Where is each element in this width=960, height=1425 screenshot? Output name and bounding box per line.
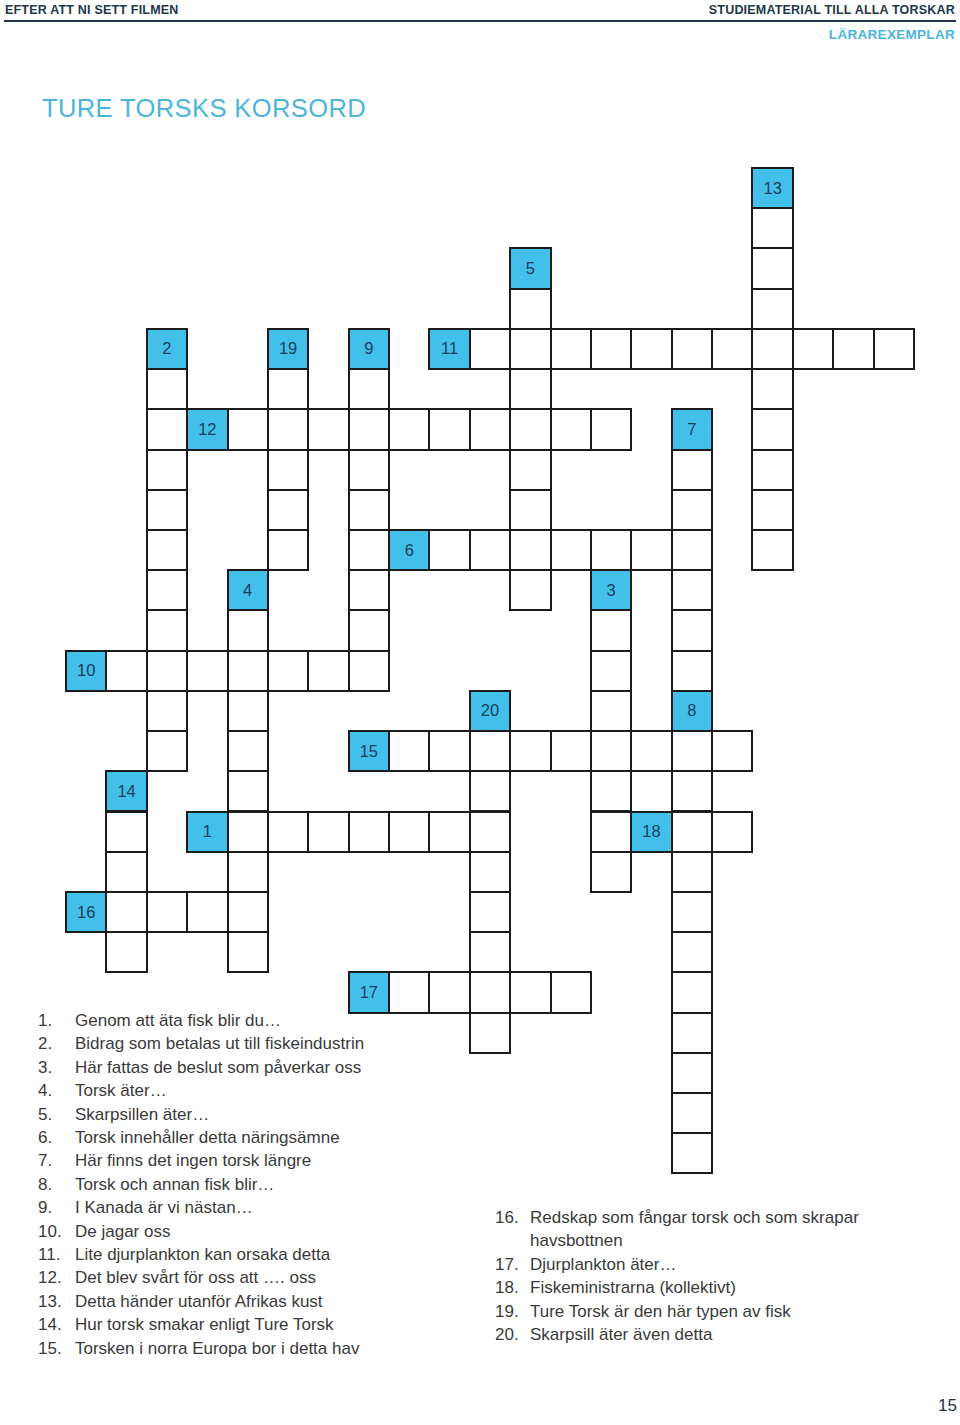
cell[interactable]	[671, 609, 713, 651]
cell[interactable]	[428, 730, 470, 772]
clue-number: 18.	[495, 1276, 530, 1299]
cell-7[interactable]: 7	[671, 408, 713, 450]
clue-number: 16.	[495, 1206, 530, 1253]
cell-12[interactable]: 12	[186, 408, 228, 450]
cell[interactable]	[671, 1132, 713, 1174]
clue-20: 20.Skarpsill äter även detta	[495, 1323, 895, 1346]
cell-number: 15	[360, 742, 378, 761]
clue-10: 10.De jagar oss	[38, 1220, 458, 1243]
clue-number: 17.	[495, 1253, 530, 1276]
clue-number: 5.	[38, 1103, 75, 1126]
cell[interactable]	[146, 408, 188, 450]
cell[interactable]	[227, 891, 269, 933]
cell[interactable]	[186, 650, 228, 692]
cell[interactable]	[590, 690, 632, 732]
cell-16[interactable]: 16	[65, 891, 107, 933]
clue-text: Detta händer utanför Afrikas kust	[75, 1290, 458, 1313]
header-left-text: EFTER ATT NI SETT FILMEN	[5, 3, 179, 17]
clue-text: Torsken i norra Europa bor i detta hav	[75, 1337, 458, 1360]
page-title: TURE TORSKS KORSORD	[42, 94, 366, 123]
cell[interactable]	[509, 569, 551, 611]
cell[interactable]	[550, 971, 592, 1013]
clue-9: 9.I Kanada är vi nästan…	[38, 1196, 458, 1219]
clue-17: 17.Djurplankton äter…	[495, 1253, 895, 1276]
cell[interactable]	[388, 730, 430, 772]
cell[interactable]	[146, 368, 188, 410]
cell[interactable]	[751, 368, 793, 410]
cell[interactable]	[469, 328, 511, 370]
page-number: 15	[938, 1396, 957, 1416]
cell[interactable]	[590, 328, 632, 370]
cell[interactable]	[509, 971, 551, 1013]
clue-13: 13.Detta händer utanför Afrikas kust	[38, 1290, 458, 1313]
clue-text: Torsk innehåller detta näringsämne	[75, 1126, 458, 1149]
cell[interactable]	[348, 569, 390, 611]
cell[interactable]	[509, 730, 551, 772]
cell[interactable]	[509, 328, 551, 370]
cell-number: 16	[77, 903, 95, 922]
clue-text: Fiskeministrarna (kollektivt)	[530, 1276, 895, 1299]
cell[interactable]	[671, 489, 713, 531]
cell[interactable]	[227, 811, 269, 853]
cell-number: 10	[77, 661, 95, 680]
cell-19[interactable]: 19	[267, 328, 309, 370]
cell-18[interactable]: 18	[630, 811, 672, 853]
cell[interactable]	[550, 529, 592, 571]
cell[interactable]	[348, 650, 390, 692]
cell-number: 4	[243, 581, 252, 600]
clue-number: 11.	[38, 1243, 75, 1266]
clue-text: Ture Torsk är den här typen av fisk	[530, 1300, 895, 1323]
cell-6[interactable]: 6	[388, 529, 430, 571]
cell[interactable]	[227, 408, 269, 450]
cell[interactable]	[105, 811, 147, 853]
clue-text: Lite djurplankton kan orsaka detta	[75, 1243, 458, 1266]
cell[interactable]	[307, 408, 349, 450]
edition-label: LÄRAREXEMPLAR	[829, 27, 955, 42]
clue-number: 10.	[38, 1220, 75, 1243]
worksheet-page: EFTER ATT NI SETT FILMEN STUDIEMATERIAL …	[0, 0, 960, 1425]
cell[interactable]	[469, 931, 511, 973]
cell[interactable]	[267, 529, 309, 571]
cell-number: 14	[117, 782, 135, 801]
cell[interactable]	[751, 207, 793, 249]
clue-8: 8.Torsk och annan fisk blir…	[38, 1173, 458, 1196]
cell[interactable]	[671, 1052, 713, 1094]
cell[interactable]	[105, 891, 147, 933]
cell[interactable]	[267, 489, 309, 531]
cell[interactable]	[751, 247, 793, 289]
cell[interactable]	[227, 650, 269, 692]
cell[interactable]	[590, 811, 632, 853]
cell[interactable]	[630, 328, 672, 370]
cell[interactable]	[348, 811, 390, 853]
cell-number: 19	[279, 339, 297, 358]
cell[interactable]	[671, 650, 713, 692]
clue-7: 7.Här finns det ingen torsk längre	[38, 1149, 458, 1172]
cell[interactable]	[227, 931, 269, 973]
cell[interactable]	[146, 891, 188, 933]
cell[interactable]	[671, 931, 713, 973]
cell-number: 13	[763, 179, 781, 198]
cell[interactable]	[469, 408, 511, 450]
cell[interactable]	[590, 529, 632, 571]
cell[interactable]	[227, 609, 269, 651]
cell[interactable]	[146, 489, 188, 531]
cell[interactable]	[509, 288, 551, 330]
cell[interactable]	[388, 811, 430, 853]
cell[interactable]	[105, 931, 147, 973]
cell-number: 3	[607, 581, 616, 600]
cell[interactable]	[428, 971, 470, 1013]
cell[interactable]	[348, 529, 390, 571]
cell[interactable]	[388, 971, 430, 1013]
cell-number: 2	[162, 339, 171, 358]
cell[interactable]	[550, 730, 592, 772]
clue-text: Torsk och annan fisk blir…	[75, 1173, 458, 1196]
cell-3[interactable]: 3	[590, 569, 632, 611]
clue-number: 19.	[495, 1300, 530, 1323]
cell[interactable]	[146, 449, 188, 491]
clue-list-right: 16.Redskap som fångar torsk och som skra…	[495, 1206, 895, 1346]
cell[interactable]	[307, 650, 349, 692]
cell[interactable]	[751, 489, 793, 531]
cell-1[interactable]: 1	[186, 811, 228, 853]
clue-number: 8.	[38, 1173, 75, 1196]
cell[interactable]	[348, 408, 390, 450]
cell-number: 11	[441, 339, 458, 358]
cell-5[interactable]: 5	[509, 247, 551, 289]
clue-text: Skarpsillen äter…	[75, 1103, 458, 1126]
cell-number: 17	[360, 983, 378, 1002]
clue-19: 19.Ture Torsk är den här typen av fisk	[495, 1300, 895, 1323]
cell[interactable]	[590, 770, 632, 812]
cell[interactable]	[751, 288, 793, 330]
clue-15: 15.Torsken i norra Europa bor i detta ha…	[38, 1337, 458, 1360]
cell[interactable]	[873, 328, 915, 370]
clue-number: 4.	[38, 1079, 75, 1102]
cell-2[interactable]: 2	[146, 328, 188, 370]
clue-text: Här fattas de beslut som påverkar oss	[75, 1056, 458, 1079]
cell[interactable]	[751, 529, 793, 571]
cell-17[interactable]: 17	[348, 971, 390, 1013]
clue-number: 15.	[38, 1337, 75, 1360]
clue-text: Här finns det ingen torsk längre	[75, 1149, 458, 1172]
cell[interactable]	[146, 529, 188, 571]
cell[interactable]	[267, 811, 309, 853]
cell-number: 6	[405, 541, 414, 560]
clue-number: 14.	[38, 1313, 75, 1336]
cell[interactable]	[469, 770, 511, 812]
cell-number: 8	[687, 701, 696, 720]
cell[interactable]	[348, 449, 390, 491]
cell-14[interactable]: 14	[105, 770, 147, 812]
clue-text: Genom att äta fisk blir du…	[75, 1009, 458, 1032]
header-right-text: STUDIEMATERIAL TILL ALLA TORSKAR	[709, 3, 955, 17]
cell[interactable]	[590, 851, 632, 893]
cell[interactable]	[711, 811, 753, 853]
cell[interactable]	[550, 328, 592, 370]
cell-number: 9	[364, 339, 373, 358]
clue-text: Redskap som fångar torsk och som skrapar…	[530, 1206, 895, 1253]
cell[interactable]	[348, 609, 390, 651]
cell[interactable]	[267, 449, 309, 491]
cell[interactable]	[509, 408, 551, 450]
cell[interactable]	[428, 811, 470, 853]
cell[interactable]	[105, 650, 147, 692]
clue-text: De jagar oss	[75, 1220, 458, 1243]
cell[interactable]	[146, 730, 188, 772]
clue-18: 18.Fiskeministrarna (kollektivt)	[495, 1276, 895, 1299]
clue-text: Torsk äter…	[75, 1079, 458, 1102]
cell[interactable]	[469, 851, 511, 893]
cell[interactable]	[509, 489, 551, 531]
cell-11[interactable]: 11	[428, 328, 470, 370]
clue-list-left: 1.Genom att äta fisk blir du…2.Bidrag so…	[38, 1009, 458, 1360]
cell[interactable]	[751, 408, 793, 450]
cell-number: 12	[198, 420, 216, 439]
cell[interactable]	[671, 529, 713, 571]
cell-13[interactable]: 13	[751, 167, 793, 209]
clue-4: 4.Torsk äter…	[38, 1079, 458, 1102]
clue-text: Skarpsill äter även detta	[530, 1323, 895, 1346]
cell[interactable]	[348, 368, 390, 410]
cell[interactable]	[671, 730, 713, 772]
cell-number: 1	[203, 822, 212, 841]
cell[interactable]	[590, 408, 632, 450]
cell[interactable]	[671, 569, 713, 611]
cell[interactable]	[671, 1092, 713, 1134]
clue-1: 1.Genom att äta fisk blir du…	[38, 1009, 458, 1032]
cell[interactable]	[267, 368, 309, 410]
cell[interactable]	[590, 609, 632, 651]
cell[interactable]	[671, 1012, 713, 1054]
clue-14: 14.Hur torsk smakar enligt Ture Torsk	[38, 1313, 458, 1336]
clue-number: 3.	[38, 1056, 75, 1079]
cell[interactable]	[671, 328, 713, 370]
cell[interactable]	[550, 408, 592, 450]
cell[interactable]	[509, 368, 551, 410]
clue-2: 2.Bidrag som betalas ut till fiskeindust…	[38, 1032, 458, 1055]
clue-12: 12.Det blev svårt för oss att …. oss	[38, 1266, 458, 1289]
cell-10[interactable]: 10	[65, 650, 107, 692]
cell-15[interactable]: 15	[348, 730, 390, 772]
cell-number: 7	[687, 420, 696, 439]
cell[interactable]	[146, 650, 188, 692]
cell[interactable]	[267, 408, 309, 450]
clue-number: 20.	[495, 1323, 530, 1346]
cell[interactable]	[227, 690, 269, 732]
cell-8[interactable]: 8	[671, 690, 713, 732]
clue-number: 2.	[38, 1032, 75, 1055]
cell[interactable]	[227, 730, 269, 772]
clue-text: Det blev svårt för oss att …. oss	[75, 1266, 458, 1289]
cell[interactable]	[227, 851, 269, 893]
cell[interactable]	[388, 408, 430, 450]
clue-5: 5.Skarpsillen äter…	[38, 1103, 458, 1126]
cell[interactable]	[792, 328, 834, 370]
clue-number: 6.	[38, 1126, 75, 1149]
cell[interactable]	[469, 891, 511, 933]
clue-16: 16.Redskap som fångar torsk och som skra…	[495, 1206, 895, 1253]
cell[interactable]	[590, 650, 632, 692]
clue-11: 11.Lite djurplankton kan orsaka detta	[38, 1243, 458, 1266]
cell[interactable]	[711, 328, 753, 370]
cell-number: 20	[481, 701, 499, 720]
clue-text: Hur torsk smakar enligt Ture Torsk	[75, 1313, 458, 1336]
cell[interactable]	[671, 971, 713, 1013]
cell[interactable]	[711, 730, 753, 772]
cell[interactable]	[751, 328, 793, 370]
clue-text: Djurplankton äter…	[530, 1253, 895, 1276]
cell[interactable]	[146, 569, 188, 611]
cell[interactable]	[751, 449, 793, 491]
cell[interactable]	[146, 609, 188, 651]
clue-number: 12.	[38, 1266, 75, 1289]
cell[interactable]	[469, 529, 511, 571]
clue-number: 7.	[38, 1149, 75, 1172]
cell[interactable]	[671, 449, 713, 491]
clue-text: I Kanada är vi nästan…	[75, 1196, 458, 1219]
cell[interactable]	[671, 891, 713, 933]
cell[interactable]	[509, 529, 551, 571]
cell[interactable]	[307, 811, 349, 853]
cell[interactable]	[671, 851, 713, 893]
clue-6: 6.Torsk innehåller detta näringsämne	[38, 1126, 458, 1149]
cell-9[interactable]: 9	[348, 328, 390, 370]
cell[interactable]	[671, 770, 713, 812]
cell[interactable]	[671, 811, 713, 853]
clue-text: Bidrag som betalas ut till fiskeindustri…	[75, 1032, 458, 1055]
clue-number: 1.	[38, 1009, 75, 1032]
cell[interactable]	[146, 690, 188, 732]
cell[interactable]	[630, 529, 672, 571]
cell[interactable]	[509, 449, 551, 491]
cell[interactable]	[428, 408, 470, 450]
clue-3: 3.Här fattas de beslut som påverkar oss	[38, 1056, 458, 1079]
cell[interactable]	[227, 770, 269, 812]
cell[interactable]	[469, 971, 511, 1013]
cell[interactable]	[469, 730, 511, 772]
clue-number: 13.	[38, 1290, 75, 1313]
header-divider	[4, 20, 956, 22]
cell-20[interactable]: 20	[469, 690, 511, 732]
cell[interactable]	[469, 1012, 511, 1054]
cell[interactable]	[186, 891, 228, 933]
cell[interactable]	[348, 489, 390, 531]
cell[interactable]	[469, 811, 511, 853]
cell[interactable]	[832, 328, 874, 370]
cell-4[interactable]: 4	[227, 569, 269, 611]
cell[interactable]	[267, 650, 309, 692]
clue-number: 9.	[38, 1196, 75, 1219]
cell-number: 18	[642, 822, 660, 841]
cell-number: 5	[526, 259, 535, 278]
cell[interactable]	[630, 730, 672, 772]
cell[interactable]	[105, 851, 147, 893]
cell[interactable]	[428, 529, 470, 571]
cell[interactable]	[590, 730, 632, 772]
